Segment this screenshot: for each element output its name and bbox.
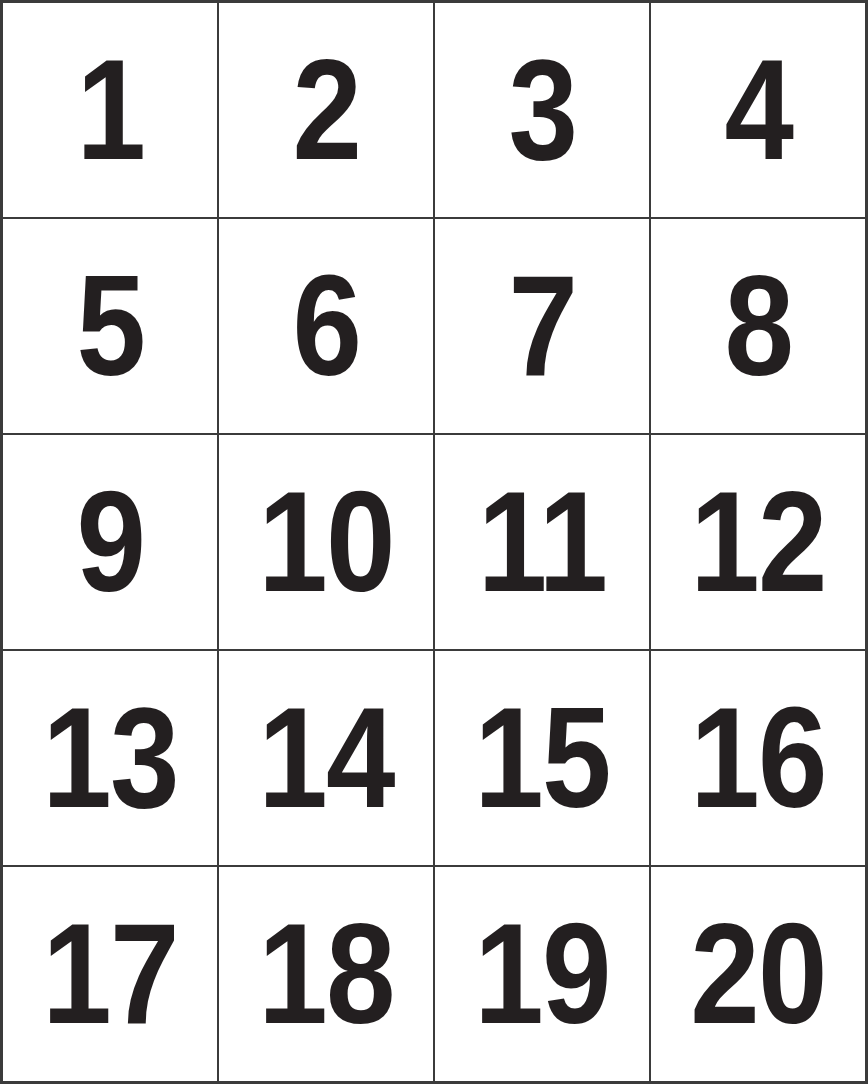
cell-number: 9: [76, 471, 144, 613]
grid-cell: 6: [219, 219, 433, 433]
grid-cell: 13: [3, 651, 217, 865]
cell-number: 3: [508, 39, 576, 181]
cell-number: 14: [258, 687, 393, 829]
cell-number: 7: [508, 255, 576, 397]
cell-number: 19: [474, 903, 609, 1045]
grid-cell: 3: [435, 3, 649, 217]
grid-cell: 18: [219, 867, 433, 1081]
grid-cell: 19: [435, 867, 649, 1081]
cell-number: 6: [292, 255, 360, 397]
cell-number: 15: [474, 687, 609, 829]
cell-number: 17: [42, 903, 177, 1045]
number-chart: 1234567891011121314151617181920: [0, 0, 868, 1084]
grid-cell: 8: [651, 219, 865, 433]
cell-number: 1: [76, 39, 144, 181]
grid-cell: 5: [3, 219, 217, 433]
grid-cell: 20: [651, 867, 865, 1081]
cell-number: 16: [690, 687, 825, 829]
grid-cell: 7: [435, 219, 649, 433]
cell-number: 4: [724, 39, 792, 181]
grid-cell: 12: [651, 435, 865, 649]
number-grid: 1234567891011121314151617181920: [0, 0, 868, 1084]
grid-cell: 14: [219, 651, 433, 865]
cell-number: 2: [292, 39, 360, 181]
cell-number: 11: [478, 471, 607, 613]
grid-cell: 1: [3, 3, 217, 217]
grid-cell: 10: [219, 435, 433, 649]
grid-cell: 15: [435, 651, 649, 865]
grid-cell: 4: [651, 3, 865, 217]
grid-cell: 9: [3, 435, 217, 649]
cell-number: 13: [42, 687, 177, 829]
cell-number: 12: [690, 471, 825, 613]
cell-number: 8: [724, 255, 792, 397]
cell-number: 5: [76, 255, 144, 397]
grid-cell: 16: [651, 651, 865, 865]
grid-cell: 11: [435, 435, 649, 649]
cell-number: 10: [258, 471, 393, 613]
grid-cell: 2: [219, 3, 433, 217]
cell-number: 18: [258, 903, 393, 1045]
grid-cell: 17: [3, 867, 217, 1081]
cell-number: 20: [690, 903, 825, 1045]
